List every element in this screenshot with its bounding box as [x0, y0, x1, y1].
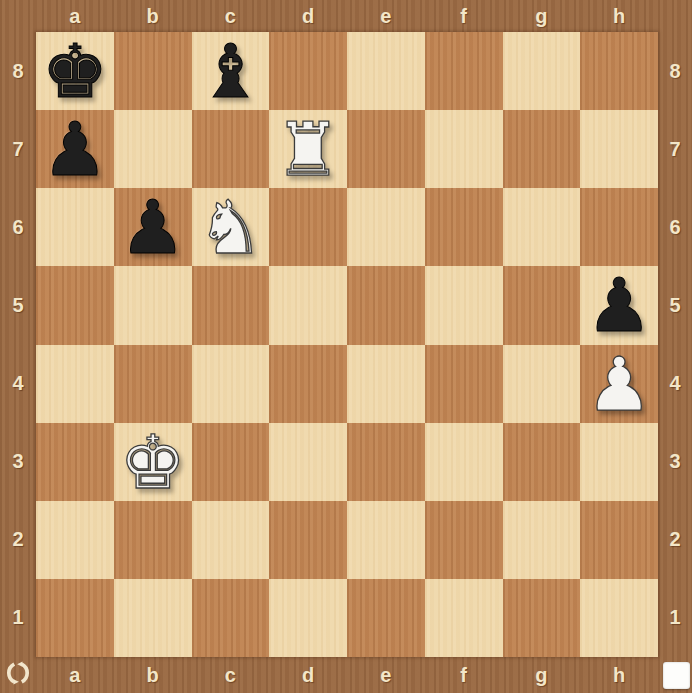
- square-e3[interactable]: [347, 423, 425, 501]
- square-a6[interactable]: [36, 188, 114, 266]
- square-h2[interactable]: [580, 501, 658, 579]
- square-b2[interactable]: [114, 501, 192, 579]
- square-a8[interactable]: ♚: [36, 32, 114, 110]
- square-e4[interactable]: [347, 345, 425, 423]
- rank-label-left-4: 4: [0, 345, 36, 423]
- square-g3[interactable]: [503, 423, 581, 501]
- square-h8[interactable]: [580, 32, 658, 110]
- square-g8[interactable]: [503, 32, 581, 110]
- square-b5[interactable]: [114, 266, 192, 344]
- square-f2[interactable]: [425, 501, 503, 579]
- rank-label-left-8: 8: [0, 32, 36, 110]
- square-c1[interactable]: [192, 579, 270, 657]
- square-g6[interactable]: [503, 188, 581, 266]
- square-f4[interactable]: [425, 345, 503, 423]
- rank-label-left-5: 5: [0, 266, 36, 344]
- square-f1[interactable]: [425, 579, 503, 657]
- white-knight[interactable]: ♞: [197, 190, 263, 264]
- square-e1[interactable]: [347, 579, 425, 657]
- white-to-move-indicator: [663, 662, 690, 689]
- square-d2[interactable]: [269, 501, 347, 579]
- square-f3[interactable]: [425, 423, 503, 501]
- file-label-bottom-d: d: [269, 657, 347, 693]
- chessboard: ♚♝♟♜♟♞♟♟♚: [36, 32, 658, 657]
- black-pawn[interactable]: ♟: [42, 112, 108, 186]
- file-label-top-e: e: [347, 0, 425, 32]
- square-d4[interactable]: [269, 345, 347, 423]
- square-h3[interactable]: [580, 423, 658, 501]
- square-b7[interactable]: [114, 110, 192, 188]
- black-king[interactable]: ♚: [42, 34, 108, 108]
- square-d1[interactable]: [269, 579, 347, 657]
- square-c3[interactable]: [192, 423, 270, 501]
- rank-label-right-2: 2: [658, 501, 692, 579]
- square-b1[interactable]: [114, 579, 192, 657]
- square-e2[interactable]: [347, 501, 425, 579]
- file-label-bottom-e: e: [347, 657, 425, 693]
- file-label-top-g: g: [503, 0, 581, 32]
- rank-labels-right: 87654321: [658, 32, 692, 657]
- file-label-top-h: h: [580, 0, 658, 32]
- square-a2[interactable]: [36, 501, 114, 579]
- square-e7[interactable]: [347, 110, 425, 188]
- square-h4[interactable]: ♟: [580, 345, 658, 423]
- square-b3[interactable]: ♚: [114, 423, 192, 501]
- file-label-bottom-h: h: [580, 657, 658, 693]
- square-f8[interactable]: [425, 32, 503, 110]
- chessboard-frame: abcdefgh 87654321 87654321 ♚♝♟♜♟♞♟♟♚ abc…: [0, 0, 692, 693]
- square-a1[interactable]: [36, 579, 114, 657]
- square-d5[interactable]: [269, 266, 347, 344]
- rank-label-right-8: 8: [658, 32, 692, 110]
- square-b4[interactable]: [114, 345, 192, 423]
- square-b6[interactable]: ♟: [114, 188, 192, 266]
- black-pawn[interactable]: ♟: [119, 190, 185, 264]
- square-h1[interactable]: [580, 579, 658, 657]
- square-g5[interactable]: [503, 266, 581, 344]
- rank-label-left-6: 6: [0, 188, 36, 266]
- rank-label-left-1: 1: [0, 579, 36, 657]
- square-g1[interactable]: [503, 579, 581, 657]
- rank-label-right-6: 6: [658, 188, 692, 266]
- square-d8[interactable]: [269, 32, 347, 110]
- file-label-top-f: f: [425, 0, 503, 32]
- square-f7[interactable]: [425, 110, 503, 188]
- file-labels-top: abcdefgh: [36, 0, 658, 32]
- square-g2[interactable]: [503, 501, 581, 579]
- square-a5[interactable]: [36, 266, 114, 344]
- rank-label-left-7: 7: [0, 110, 36, 188]
- square-d6[interactable]: [269, 188, 347, 266]
- square-d3[interactable]: [269, 423, 347, 501]
- black-pawn[interactable]: ♟: [586, 268, 652, 342]
- file-label-bottom-g: g: [503, 657, 581, 693]
- square-d7[interactable]: ♜: [269, 110, 347, 188]
- square-c7[interactable]: [192, 110, 270, 188]
- square-h6[interactable]: [580, 188, 658, 266]
- square-c6[interactable]: ♞: [192, 188, 270, 266]
- square-f5[interactable]: [425, 266, 503, 344]
- square-a7[interactable]: ♟: [36, 110, 114, 188]
- file-label-bottom-b: b: [114, 657, 192, 693]
- rank-labels-left: 87654321: [0, 32, 36, 657]
- black-bishop[interactable]: ♝: [197, 34, 263, 108]
- square-c4[interactable]: [192, 345, 270, 423]
- square-c2[interactable]: [192, 501, 270, 579]
- square-e5[interactable]: [347, 266, 425, 344]
- rank-label-right-7: 7: [658, 110, 692, 188]
- rank-label-left-3: 3: [0, 423, 36, 501]
- file-label-bottom-c: c: [192, 657, 270, 693]
- square-a4[interactable]: [36, 345, 114, 423]
- square-e8[interactable]: [347, 32, 425, 110]
- square-f6[interactable]: [425, 188, 503, 266]
- square-a3[interactable]: [36, 423, 114, 501]
- flip-board-icon[interactable]: [4, 659, 32, 687]
- file-label-top-d: d: [269, 0, 347, 32]
- square-c8[interactable]: ♝: [192, 32, 270, 110]
- rank-label-left-2: 2: [0, 501, 36, 579]
- square-h5[interactable]: ♟: [580, 266, 658, 344]
- rank-label-right-3: 3: [658, 423, 692, 501]
- square-b8[interactable]: [114, 32, 192, 110]
- white-rook[interactable]: ♜: [275, 112, 341, 186]
- rank-label-right-1: 1: [658, 579, 692, 657]
- rank-label-right-5: 5: [658, 266, 692, 344]
- square-h7[interactable]: [580, 110, 658, 188]
- square-g7[interactable]: [503, 110, 581, 188]
- square-g4[interactable]: [503, 345, 581, 423]
- white-king[interactable]: ♚: [119, 425, 185, 499]
- square-e6[interactable]: [347, 188, 425, 266]
- file-label-top-b: b: [114, 0, 192, 32]
- file-label-bottom-f: f: [425, 657, 503, 693]
- rank-label-right-4: 4: [658, 345, 692, 423]
- white-pawn[interactable]: ♟: [586, 347, 652, 421]
- file-labels-bottom: abcdefgh: [36, 657, 658, 693]
- square-c5[interactable]: [192, 266, 270, 344]
- file-label-bottom-a: a: [36, 657, 114, 693]
